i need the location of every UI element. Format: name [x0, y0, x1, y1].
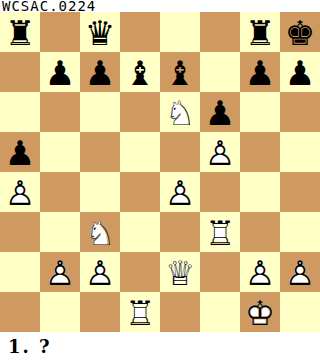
square-h3[interactable] [280, 212, 320, 252]
square-g7[interactable]: ♟ [240, 52, 280, 92]
square-a1[interactable] [0, 292, 40, 332]
square-f7[interactable] [200, 52, 240, 92]
piece-white-queen: ♛♕ [160, 252, 200, 292]
piece-black-pawn: ♟ [200, 92, 240, 132]
square-f2[interactable] [200, 252, 240, 292]
square-a3[interactable] [0, 212, 40, 252]
square-g4[interactable] [240, 172, 280, 212]
square-g5[interactable] [240, 132, 280, 172]
square-h7[interactable]: ♟ [280, 52, 320, 92]
square-e6[interactable]: ♞♘ [160, 92, 200, 132]
square-g8[interactable]: ♜ [240, 12, 280, 52]
piece-black-queen: ♛ [80, 12, 120, 52]
square-b2[interactable]: ♟♙ [40, 252, 80, 292]
square-c3[interactable]: ♞♘ [80, 212, 120, 252]
square-c2[interactable]: ♟♙ [80, 252, 120, 292]
move-prompt-bar: 1. ? [0, 332, 320, 360]
square-b5[interactable] [40, 132, 80, 172]
square-d5[interactable] [120, 132, 160, 172]
square-c7[interactable]: ♟ [80, 52, 120, 92]
square-c8[interactable]: ♛ [80, 12, 120, 52]
square-g1[interactable]: ♚♔ [240, 292, 280, 332]
piece-white-rook: ♜♖ [200, 212, 240, 252]
square-a4[interactable]: ♟♙ [0, 172, 40, 212]
page-title: WCSAC.0224 [0, 0, 320, 12]
square-a5[interactable]: ♟ [0, 132, 40, 172]
square-b8[interactable] [40, 12, 80, 52]
move-prompt: 1. ? [8, 336, 52, 357]
square-f4[interactable] [200, 172, 240, 212]
square-a6[interactable] [0, 92, 40, 132]
square-d6[interactable] [120, 92, 160, 132]
square-b6[interactable] [40, 92, 80, 132]
square-f8[interactable] [200, 12, 240, 52]
square-c4[interactable] [80, 172, 120, 212]
square-d2[interactable] [120, 252, 160, 292]
square-e2[interactable]: ♛♕ [160, 252, 200, 292]
square-h5[interactable] [280, 132, 320, 172]
piece-black-bishop: ♝ [160, 52, 200, 92]
square-h2[interactable]: ♟♙ [280, 252, 320, 292]
piece-white-knight: ♞♘ [160, 92, 200, 132]
square-e4[interactable]: ♟♙ [160, 172, 200, 212]
piece-white-rook: ♜♖ [120, 292, 160, 332]
square-e5[interactable] [160, 132, 200, 172]
square-e7[interactable]: ♝ [160, 52, 200, 92]
square-b4[interactable] [40, 172, 80, 212]
square-e8[interactable] [160, 12, 200, 52]
square-f1[interactable] [200, 292, 240, 332]
square-f6[interactable]: ♟ [200, 92, 240, 132]
square-e3[interactable] [160, 212, 200, 252]
piece-black-pawn: ♟ [0, 132, 40, 172]
piece-white-pawn: ♟♙ [80, 252, 120, 292]
piece-black-pawn: ♟ [80, 52, 120, 92]
square-h4[interactable] [280, 172, 320, 212]
square-a7[interactable] [0, 52, 40, 92]
square-b1[interactable] [40, 292, 80, 332]
square-d3[interactable] [120, 212, 160, 252]
square-e1[interactable] [160, 292, 200, 332]
piece-black-rook: ♜ [240, 12, 280, 52]
piece-white-pawn: ♟♙ [40, 252, 80, 292]
square-g3[interactable] [240, 212, 280, 252]
piece-black-rook: ♜ [0, 12, 40, 52]
square-b3[interactable] [40, 212, 80, 252]
square-h1[interactable] [280, 292, 320, 332]
chess-board: ♜♛♜♚♟♟♝♝♟♟♞♘♟♟♟♙♟♙♟♙♞♘♜♖♟♙♟♙♛♕♟♙♟♙♜♖♚♔ [0, 12, 320, 332]
piece-white-king: ♚♔ [240, 292, 280, 332]
piece-black-bishop: ♝ [120, 52, 160, 92]
piece-white-pawn: ♟♙ [240, 252, 280, 292]
piece-black-pawn: ♟ [40, 52, 80, 92]
square-d7[interactable]: ♝ [120, 52, 160, 92]
piece-white-pawn: ♟♙ [200, 132, 240, 172]
piece-white-pawn: ♟♙ [160, 172, 200, 212]
square-f5[interactable]: ♟♙ [200, 132, 240, 172]
square-h8[interactable]: ♚ [280, 12, 320, 52]
square-c1[interactable] [80, 292, 120, 332]
square-d1[interactable]: ♜♖ [120, 292, 160, 332]
square-a8[interactable]: ♜ [0, 12, 40, 52]
square-c6[interactable] [80, 92, 120, 132]
piece-white-knight: ♞♘ [80, 212, 120, 252]
piece-white-pawn: ♟♙ [280, 252, 320, 292]
piece-black-king: ♚ [280, 12, 320, 52]
square-g2[interactable]: ♟♙ [240, 252, 280, 292]
piece-white-pawn: ♟♙ [0, 172, 40, 212]
chess-app-window: WCSAC.0224 ♜♛♜♚♟♟♝♝♟♟♞♘♟♟♟♙♟♙♟♙♞♘♜♖♟♙♟♙♛… [0, 0, 320, 360]
piece-black-pawn: ♟ [240, 52, 280, 92]
square-c5[interactable] [80, 132, 120, 172]
square-a2[interactable] [0, 252, 40, 292]
square-d4[interactable] [120, 172, 160, 212]
square-d8[interactable] [120, 12, 160, 52]
square-h6[interactable] [280, 92, 320, 132]
square-g6[interactable] [240, 92, 280, 132]
square-b7[interactable]: ♟ [40, 52, 80, 92]
square-f3[interactable]: ♜♖ [200, 212, 240, 252]
piece-black-pawn: ♟ [280, 52, 320, 92]
